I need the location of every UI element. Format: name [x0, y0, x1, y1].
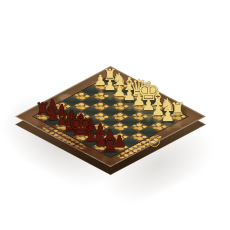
chess-set-photo: ♜♞♝♛♚♝♞♜♟♟♟♟♟♟♟♟♟♟♟♟♟♟♟♟♜♞♝♛♚♝♞♜ ♜♞♝♛♚♝♞…: [0, 0, 230, 230]
clasp-icon: [149, 136, 160, 147]
chess-board: [15, 65, 206, 166]
